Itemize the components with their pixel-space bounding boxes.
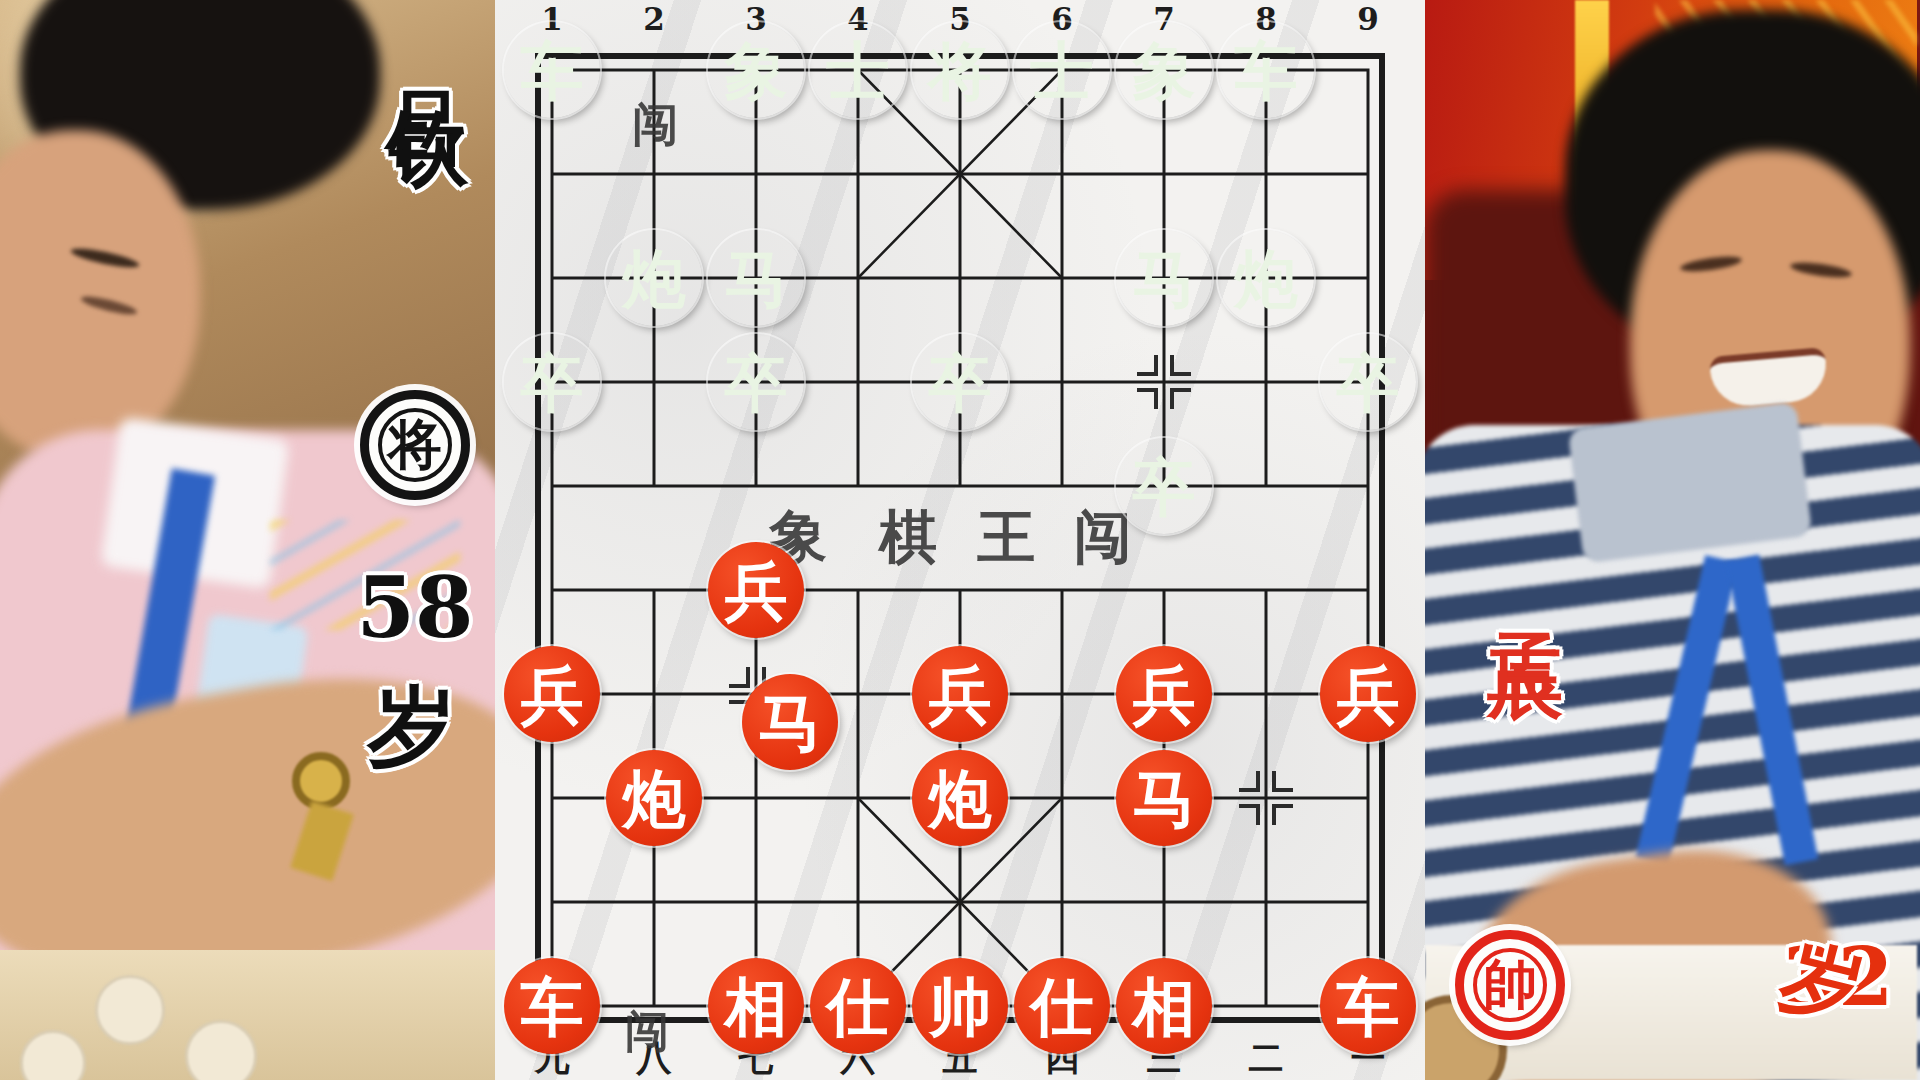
left-player-age-number: 58 — [340, 558, 490, 657]
black-piece-卒[interactable]: 卒 — [1320, 334, 1416, 430]
right-player-name: 孟辰 — [1474, 572, 1577, 608]
watermark-text: 棋 — [879, 499, 937, 577]
red-piece-炮[interactable]: 炮 — [606, 750, 702, 846]
red-piece-仕[interactable]: 仕 — [810, 958, 906, 1054]
black-piece-炮[interactable]: 炮 — [606, 230, 702, 326]
red-piece-兵[interactable]: 兵 — [912, 646, 1008, 742]
black-piece-车[interactable]: 车 — [1218, 22, 1314, 118]
file-label-top: 2 — [624, 0, 684, 38]
red-piece-兵[interactable]: 兵 — [1116, 646, 1212, 742]
red-piece-相[interactable]: 相 — [708, 958, 804, 1054]
move-origin-marker — [1137, 355, 1191, 409]
red-piece-车[interactable]: 车 — [1320, 958, 1416, 1054]
red-piece-车[interactable]: 车 — [504, 958, 600, 1054]
red-piece-马[interactable]: 马 — [1116, 750, 1212, 846]
watermark-text: 闯 — [632, 94, 678, 156]
black-piece-炮[interactable]: 炮 — [1218, 230, 1314, 326]
black-piece-卒[interactable]: 卒 — [912, 334, 1008, 430]
right-player-photo: 乡·浙江 — [1425, 0, 1920, 1080]
red-piece-兵[interactable]: 兵 — [708, 542, 804, 638]
black-piece-卒[interactable]: 卒 — [1116, 438, 1212, 534]
black-piece-士[interactable]: 士 — [1014, 22, 1110, 118]
move-origin-marker — [1239, 771, 1293, 825]
black-side-badge: 将 — [360, 390, 470, 500]
black-piece-卒[interactable]: 卒 — [708, 334, 804, 430]
video-thumbnail: 乡·浙江 — [0, 0, 1920, 1080]
black-piece-马[interactable]: 马 — [708, 230, 804, 326]
watermark-text: 王 — [977, 499, 1035, 577]
table-piece — [95, 975, 165, 1045]
black-piece-马[interactable]: 马 — [1116, 230, 1212, 326]
red-piece-兵[interactable]: 兵 — [504, 646, 600, 742]
black-piece-士[interactable]: 士 — [810, 22, 906, 118]
xiangqi-board[interactable]: 123456789 九八七六五四三二一 闯象棋王闯闯 车象士将士象车炮马马炮卒卒… — [495, 0, 1425, 1080]
left-player-name: 吕钦 — [374, 26, 484, 62]
file-label-bottom: 二 — [1236, 1036, 1296, 1080]
file-label-top: 9 — [1338, 0, 1398, 38]
black-piece-车[interactable]: 车 — [504, 22, 600, 118]
wristwatch — [292, 752, 350, 810]
black-piece-卒[interactable]: 卒 — [504, 334, 600, 430]
red-piece-仕[interactable]: 仕 — [1014, 958, 1110, 1054]
red-piece-马[interactable]: 马 — [742, 674, 838, 770]
red-side-badge: 帥 — [1455, 930, 1565, 1040]
board-grid — [495, 0, 1425, 1080]
left-player-age-suffix: 岁 — [352, 668, 472, 787]
right-player-collar — [1568, 401, 1813, 563]
black-piece-象[interactable]: 象 — [1116, 22, 1212, 118]
watermark-text: 闯 — [625, 1002, 669, 1061]
red-piece-帅[interactable]: 帅 — [912, 958, 1008, 1054]
left-player-photo — [0, 0, 495, 1080]
red-piece-兵[interactable]: 兵 — [1320, 646, 1416, 742]
red-piece-相[interactable]: 相 — [1116, 958, 1212, 1054]
black-piece-将[interactable]: 将 — [912, 22, 1008, 118]
red-piece-炮[interactable]: 炮 — [912, 750, 1008, 846]
black-piece-象[interactable]: 象 — [708, 22, 804, 118]
